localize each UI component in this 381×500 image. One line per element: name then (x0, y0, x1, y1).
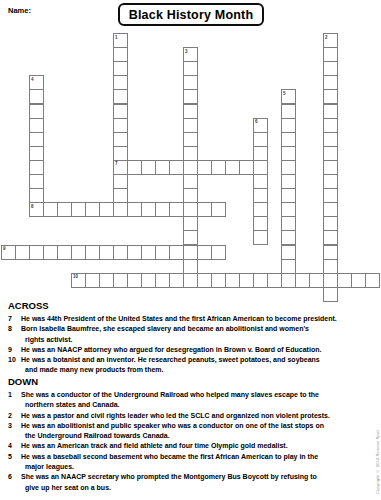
grid-cell[interactable] (281, 245, 296, 260)
grid-cell[interactable] (43, 202, 58, 217)
grid-cell[interactable] (183, 216, 198, 231)
grid-cell[interactable] (99, 245, 114, 260)
clue-number: 4 (8, 441, 21, 451)
grid-cell[interactable] (29, 146, 44, 161)
grid-cell[interactable] (43, 245, 58, 260)
grid-cell[interactable] (267, 273, 282, 288)
grid-cell[interactable]: 9 (1, 245, 16, 260)
clue-number: 3 (8, 421, 21, 442)
grid-cell[interactable] (169, 245, 184, 260)
grid-cell[interactable] (113, 47, 128, 62)
grid-cell[interactable] (281, 160, 296, 175)
grid-cell[interactable] (141, 160, 156, 175)
down-clue-3: 3He was an abolitionist and public speak… (8, 421, 375, 442)
grid-cell[interactable] (113, 118, 128, 133)
grid-cell[interactable] (183, 61, 198, 76)
grid-cell[interactable] (323, 132, 338, 147)
down-header: DOWN (8, 376, 375, 387)
clue-text: She was an NAACP secretary who prompted … (21, 472, 375, 493)
cell-number: 10 (73, 274, 78, 279)
clue-line: rights activist. (21, 335, 375, 345)
grid-cell[interactable] (85, 273, 100, 288)
grid-cell[interactable] (197, 202, 212, 217)
grid-cell[interactable] (211, 160, 226, 175)
cell-number: 8 (31, 204, 34, 209)
grid-cell[interactable] (183, 202, 198, 217)
grid-cell[interactable] (281, 174, 296, 189)
grid-cell[interactable] (113, 273, 128, 288)
across-clue-8: 8Born Isabella Baumfree, she escaped sla… (8, 324, 375, 345)
grid-cell[interactable] (323, 104, 338, 119)
grid-cell[interactable] (281, 230, 296, 245)
grid-cell[interactable] (99, 273, 114, 288)
down-clue-6: 6She was an NAACP secretary who prompted… (8, 472, 375, 493)
cell-number: 6 (255, 119, 258, 124)
grid-cell[interactable] (309, 273, 324, 288)
clue-number: 7 (8, 314, 21, 324)
grid-cell[interactable] (127, 245, 142, 260)
grid-cell[interactable] (29, 118, 44, 133)
down-section: DOWN 1She was a conductor of the Undergr… (8, 376, 375, 493)
cell-number: 9 (3, 246, 6, 251)
grid-cell[interactable] (253, 132, 268, 147)
grid-cell[interactable] (29, 132, 44, 147)
grid-cell[interactable] (239, 273, 254, 288)
grid-cell[interactable] (323, 61, 338, 76)
grid-cell[interactable] (141, 273, 156, 288)
grid-cell[interactable] (197, 245, 212, 260)
grid-cell[interactable] (197, 273, 212, 288)
clue-line: Born Isabella Baumfree, she escaped slav… (21, 324, 375, 334)
grid-cell[interactable] (113, 132, 128, 147)
grid-cell[interactable] (281, 202, 296, 217)
cell-number: 4 (31, 77, 34, 82)
grid-cell[interactable] (323, 118, 338, 133)
clue-text: He was an American track and field athle… (21, 441, 375, 451)
grid-cell[interactable] (183, 188, 198, 203)
grid-cell[interactable] (253, 202, 268, 217)
grid-cell[interactable] (323, 273, 338, 288)
grid-cell[interactable] (281, 118, 296, 133)
grid-cell[interactable] (113, 75, 128, 90)
grid-cell[interactable] (281, 216, 296, 231)
clue-text: He was a botanist and an inventor. He re… (21, 355, 375, 376)
grid-cell[interactable] (253, 160, 268, 175)
grid-cell[interactable]: 4 (29, 75, 44, 90)
grid-cell[interactable] (323, 245, 338, 260)
grid-cell[interactable] (71, 245, 86, 260)
grid-cell[interactable] (295, 273, 310, 288)
clue-line: He was a pastor and civil rights leader … (21, 411, 375, 421)
grid-cell[interactable] (127, 202, 142, 217)
copyright-text: Copyright © 2014 Science Spot (375, 394, 380, 494)
clue-line: She was a conductor of the Underground R… (21, 390, 375, 400)
grid-cell[interactable] (323, 174, 338, 189)
grid-cell[interactable] (323, 202, 338, 217)
grid-cell[interactable] (253, 230, 268, 245)
grid-cell[interactable] (281, 273, 296, 288)
grid-cell[interactable] (253, 146, 268, 161)
grid-cell[interactable]: 5 (281, 89, 296, 104)
grid-cell[interactable] (113, 89, 128, 104)
grid-cell[interactable] (85, 245, 100, 260)
grid-cell[interactable] (253, 273, 268, 288)
grid-cell[interactable] (29, 188, 44, 203)
grid-cell[interactable] (211, 273, 226, 288)
grid-cell[interactable] (323, 259, 338, 274)
down-clue-4: 4He was an American track and field athl… (8, 441, 375, 451)
grid-cell[interactable] (281, 132, 296, 147)
clue-number: 5 (8, 452, 21, 473)
clue-text: He was an abolitionist and public speake… (21, 421, 375, 442)
grid-cell[interactable] (29, 245, 44, 260)
grid-cell[interactable] (365, 273, 380, 288)
across-header: ACROSS (8, 300, 375, 311)
grid-cell[interactable] (239, 160, 254, 175)
grid-cell[interactable]: 1 (113, 33, 128, 48)
grid-cell[interactable] (183, 132, 198, 147)
grid-cell[interactable]: 6 (253, 118, 268, 133)
clue-text: He was a baseball second basement who be… (21, 452, 375, 473)
clue-number: 9 (8, 345, 21, 355)
grid-cell[interactable]: 2 (323, 33, 338, 48)
clue-line: the Underground Railroad towards Canada. (21, 431, 375, 441)
grid-cell[interactable]: 10 (71, 273, 86, 288)
grid-cell[interactable] (225, 273, 240, 288)
clue-line: He was a botanist and an inventor. He re… (21, 355, 375, 365)
grid-cell[interactable] (141, 202, 156, 217)
grid-cell[interactable]: 3 (183, 47, 198, 62)
grid-cell[interactable] (253, 174, 268, 189)
grid-cell[interactable] (323, 75, 338, 90)
grid-cell[interactable] (71, 202, 86, 217)
grid-cell[interactable] (169, 160, 184, 175)
grid-cell[interactable]: 8 (29, 202, 44, 217)
grid-cell[interactable] (141, 245, 156, 260)
grid-cell[interactable] (351, 273, 366, 288)
grid-cell[interactable] (183, 160, 198, 175)
grid-cell[interactable] (197, 160, 212, 175)
grid-cell[interactable] (113, 202, 128, 217)
across-section: ACROSS 7He was 44th President of the Uni… (8, 300, 375, 376)
grid-cell[interactable] (155, 273, 170, 288)
clue-text: He was a pastor and civil rights leader … (21, 411, 375, 421)
grid-cell[interactable] (113, 61, 128, 76)
down-clue-1: 1She was a conductor of the Underground … (8, 390, 375, 411)
grid-cell[interactable] (183, 174, 198, 189)
grid-cell[interactable] (281, 259, 296, 274)
grid-cell[interactable] (127, 273, 142, 288)
grid-cell[interactable] (323, 230, 338, 245)
across-clue-list: 7He was 44th President of the United Sta… (8, 314, 375, 376)
grid-cell[interactable] (253, 188, 268, 203)
clue-text: He was 44th President of the United Stat… (21, 314, 375, 324)
grid-cell[interactable] (183, 75, 198, 90)
cell-number: 2 (325, 35, 328, 40)
grid-cell[interactable] (211, 245, 226, 260)
across-clue-10: 10He was a botanist and an inventor. He … (8, 355, 375, 376)
clue-line: and made many new products from them. (21, 365, 375, 375)
clue-line: He was 44th President of the United Stat… (21, 314, 375, 324)
grid-cell[interactable] (183, 259, 198, 274)
grid-cell[interactable] (211, 202, 226, 217)
down-clue-list: 1She was a conductor of the Underground … (8, 390, 375, 493)
grid-cell[interactable] (323, 216, 338, 231)
grid-cell[interactable] (29, 160, 44, 175)
grid-cell[interactable] (99, 202, 114, 217)
cell-number: 5 (283, 91, 286, 96)
grid-cell[interactable] (183, 118, 198, 133)
grid-cell[interactable] (323, 146, 338, 161)
grid-cell[interactable] (281, 104, 296, 119)
cell-number: 3 (185, 49, 188, 54)
clue-number: 8 (8, 324, 21, 345)
grid-cell[interactable] (29, 104, 44, 119)
grid-cell[interactable] (169, 202, 184, 217)
grid-cell[interactable] (253, 216, 268, 231)
grid-cell[interactable] (155, 202, 170, 217)
grid-cell[interactable] (113, 188, 128, 203)
grid-cell[interactable] (85, 202, 100, 217)
across-clue-9: 9He was an NAACP attorney who argued for… (8, 345, 375, 355)
grid-cell[interactable] (323, 89, 338, 104)
grid-cell[interactable] (15, 245, 30, 260)
grid-cell[interactable] (183, 245, 198, 260)
grid-cell[interactable] (155, 245, 170, 260)
down-clue-2: 2He was a pastor and civil rights leader… (8, 411, 375, 421)
clue-line: He was an abolitionist and public speake… (21, 421, 375, 431)
grid-cell[interactable] (127, 160, 142, 175)
grid-cell[interactable] (113, 245, 128, 260)
across-clue-7: 7He was 44th President of the United Sta… (8, 314, 375, 324)
grid-cell[interactable] (183, 230, 198, 245)
grid-cell[interactable] (169, 273, 184, 288)
clue-line: He was an American track and field athle… (21, 441, 375, 451)
clue-line: give up her seat on a bus. (21, 483, 375, 493)
clue-text: She was a conductor of the Underground R… (21, 390, 375, 411)
grid-cell[interactable] (113, 174, 128, 189)
grid-cell[interactable] (57, 245, 72, 260)
grid-cell[interactable] (183, 89, 198, 104)
grid-cell[interactable] (183, 104, 198, 119)
grid-cell[interactable] (281, 188, 296, 203)
grid-cell[interactable] (323, 47, 338, 62)
clue-number: 1 (8, 390, 21, 411)
cell-number: 7 (115, 161, 118, 166)
clue-line: major leagues. (21, 462, 375, 472)
grid-cell[interactable] (183, 146, 198, 161)
clue-line: He was an NAACP attorney who argued for … (21, 345, 375, 355)
grid-cell[interactable] (29, 89, 44, 104)
clue-text: He was an NAACP attorney who argued for … (21, 345, 375, 355)
clue-number: 2 (8, 411, 21, 421)
grid-cell[interactable] (337, 273, 352, 288)
clue-number: 6 (8, 472, 21, 493)
grid-cell[interactable] (323, 188, 338, 203)
clue-line: He was a baseball second basement who be… (21, 452, 375, 462)
grid-cell[interactable] (29, 174, 44, 189)
grid-cell[interactable] (183, 273, 198, 288)
clue-line: She was an NAACP secretary who prompted … (21, 472, 375, 482)
grid-cell[interactable] (57, 202, 72, 217)
crossword-grid: 17234856910 (0, 0, 381, 305)
grid-cell[interactable] (281, 146, 296, 161)
grid-cell[interactable] (323, 160, 338, 175)
clue-number: 10 (8, 355, 21, 376)
grid-cell[interactable]: 7 (113, 160, 128, 175)
grid-cell[interactable] (155, 160, 170, 175)
cell-number: 1 (115, 35, 118, 40)
down-clue-5: 5He was a baseball second basement who b… (8, 452, 375, 473)
grid-cell[interactable] (113, 146, 128, 161)
grid-cell[interactable] (113, 104, 128, 119)
clue-line: northern states and Canada. (21, 400, 375, 410)
clue-text: Born Isabella Baumfree, she escaped slav… (21, 324, 375, 345)
grid-cell[interactable] (225, 160, 240, 175)
